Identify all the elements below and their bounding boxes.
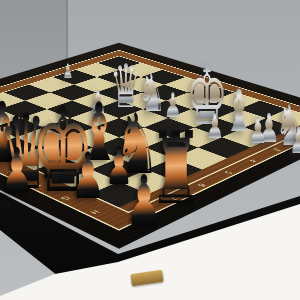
silver-pawn-h2[interactable]: ♟ <box>289 123 300 159</box>
black-pawn-g7[interactable]: ♟ <box>125 166 163 236</box>
rank-label-5: 5 <box>207 164 248 181</box>
rank-label-4: 4 <box>232 153 273 169</box>
silver-pawn-e2[interactable]: ♟ <box>206 109 224 143</box>
chess-set-photo: ABCDEFGH 12345678 ♝♛♚♝♞♜♟♟♟♟♟♟♟♛♞♟♚♟♝♟♟♞… <box>0 0 300 300</box>
black-pawn-e7[interactable]: ♟ <box>71 144 105 208</box>
black-pawn-c7[interactable]: ♟ <box>0 140 33 202</box>
silver-pawn-f2[interactable]: ♟ <box>248 113 267 149</box>
silver-pawn-b2[interactable]: ♟ <box>63 61 74 81</box>
